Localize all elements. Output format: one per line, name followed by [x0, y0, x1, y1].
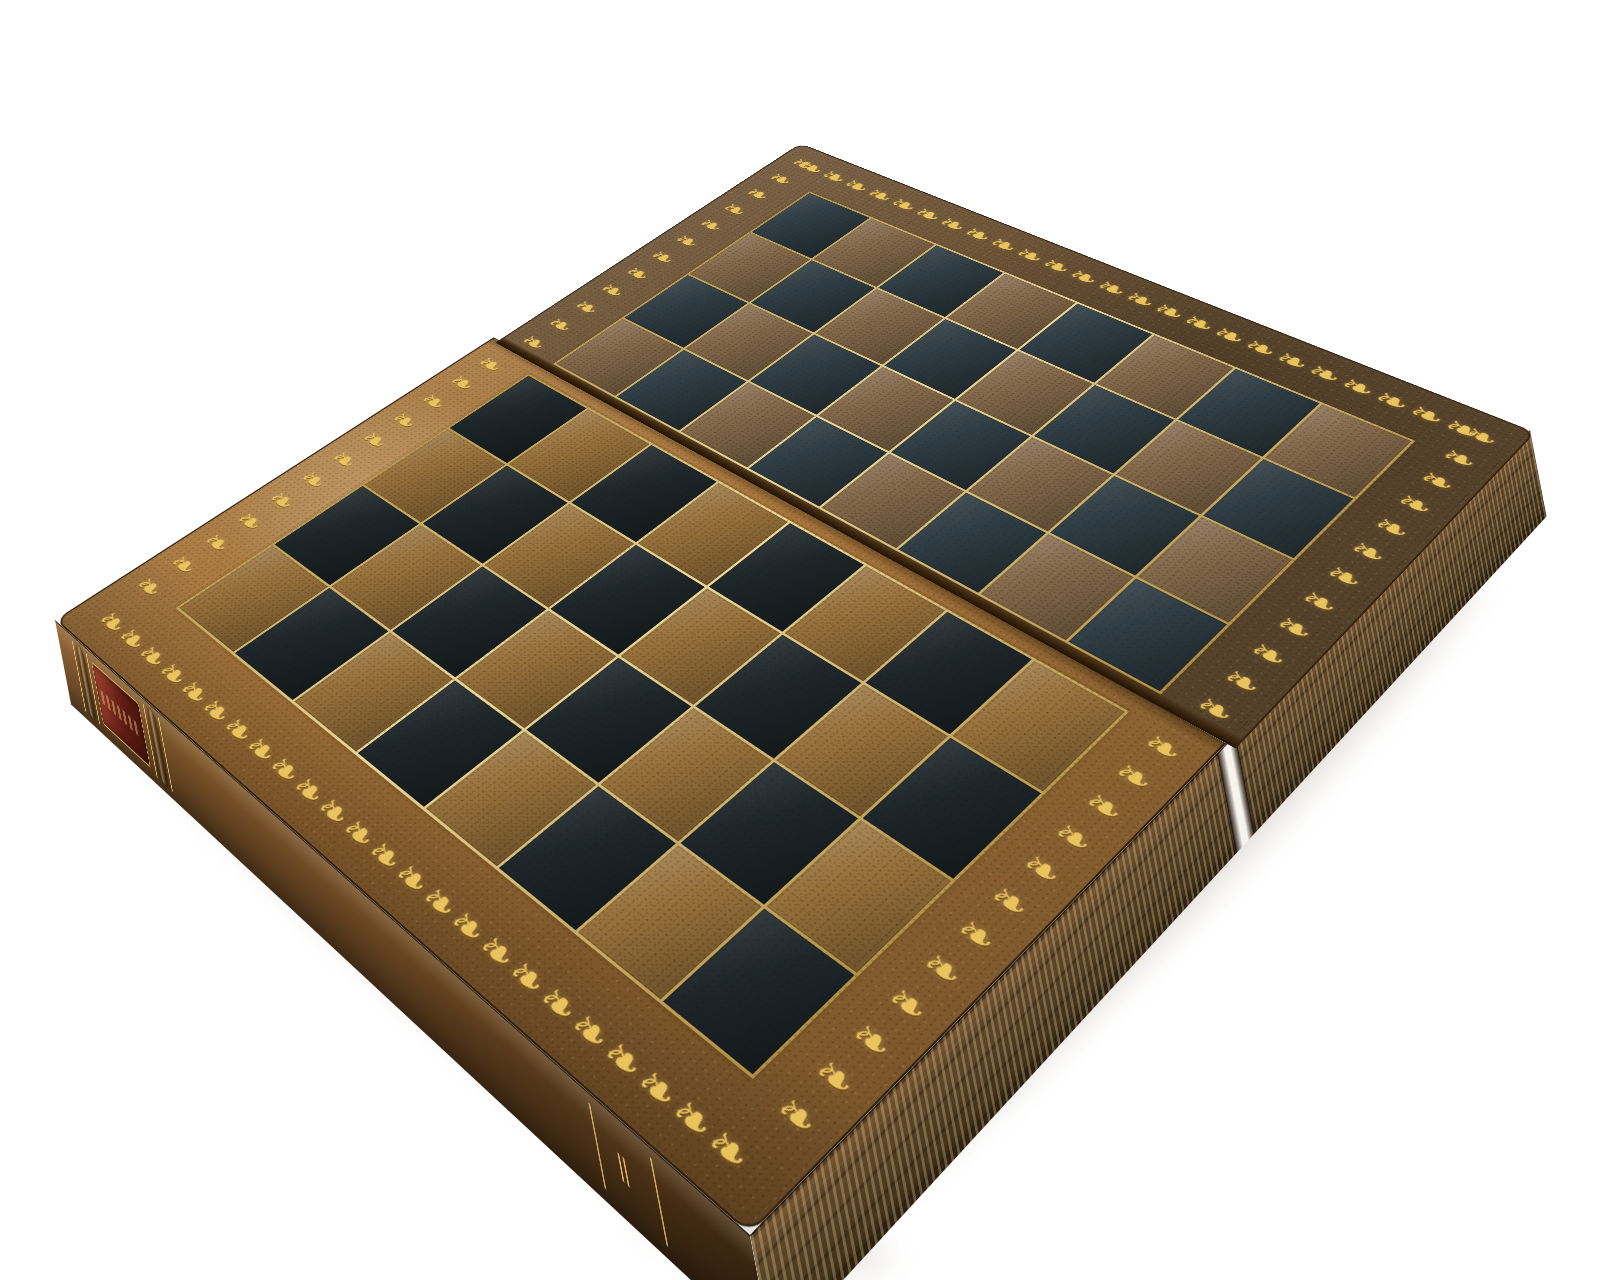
- spine-gilt-fillet: [588, 1102, 606, 1189]
- spine-gilt-fillet: [650, 1157, 669, 1247]
- spine-raised-band: [76, 644, 96, 720]
- product-photo: ❧❧❧❧❧❧❧❧❧❧❧❧ ❧❧❧❧❧❧❧❧❧❧❧❧ ❧❧❧❧❧❧❧❧❧❧❧❧❧❧…: [0, 0, 1600, 1280]
- spine-gilt-mark: [617, 1152, 633, 1190]
- folding-leather-chessboard: ❧❧❧❧❧❧❧❧❧❧❧❧ ❧❧❧❧❧❧❧❧❧❧❧❧ ❧❧❧❧❧❧❧❧❧❧❧❧❧❧…: [55, 140, 1530, 1235]
- spine-raised-band: [147, 708, 168, 788]
